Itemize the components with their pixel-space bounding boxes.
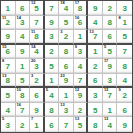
cage-sum-r2c9: 8 <box>118 16 120 20</box>
solution-digit-r4c7: 1 <box>93 48 97 56</box>
solution-digit-r5c9: 8 <box>122 63 126 71</box>
solution-digit-r6c5: 9 <box>64 77 68 85</box>
solution-digit-r1c6: 8 <box>78 5 82 13</box>
solution-digit-r8c1: 4 <box>6 107 10 115</box>
solution-digit-r3c4: 3 <box>49 33 53 41</box>
cell-r9c4[interactable]: 6 <box>45 117 60 132</box>
cell-r9c2[interactable]: 2 <box>16 117 31 132</box>
cage-sum-r6c3: 3 <box>31 74 33 78</box>
solution-digit-r2c3: 7 <box>34 19 38 27</box>
cell-r8c7[interactable]: 5 <box>88 103 103 118</box>
cell-r3c9[interactable]: 5 <box>117 30 132 45</box>
cell-r2c8[interactable]: 8 <box>103 16 118 31</box>
cell-r9c5[interactable]: 7 <box>59 117 74 132</box>
solution-digit-r4c9: 7 <box>122 48 126 56</box>
solution-digit-r3c5: 2 <box>64 33 68 41</box>
solution-digit-r3c8: 6 <box>107 33 111 41</box>
cell-r1c2[interactable]: 6 <box>16 1 31 16</box>
solution-digit-r9c2: 2 <box>20 122 24 130</box>
cell-r7c1[interactable]: 5 <box>1 88 16 103</box>
cell-r1c8[interactable]: 2 <box>103 1 118 16</box>
cell-r9c3[interactable]: 71 <box>30 117 45 132</box>
cell-r2c6[interactable]: 166 <box>74 16 89 31</box>
cage-sum-r4c8: 5 <box>104 45 106 49</box>
solution-digit-r7c2: 8 <box>20 92 24 100</box>
cell-r1c7[interactable]: 9 <box>88 1 103 16</box>
solution-digit-r7c8: 7 <box>107 92 111 100</box>
solution-digit-r7c4: 4 <box>49 92 53 100</box>
cell-r2c2[interactable]: 143 <box>16 16 31 31</box>
solution-digit-r7c5: 1 <box>64 92 68 100</box>
solution-digit-r2c8: 8 <box>107 19 111 27</box>
cell-r1c6[interactable]: 178 <box>74 1 89 16</box>
cell-r1c5[interactable]: 184 <box>59 1 74 16</box>
cell-r6c6[interactable]: 7 <box>74 74 89 89</box>
cell-r5c7[interactable]: 2 <box>88 59 103 74</box>
solution-digit-r5c6: 4 <box>78 63 82 71</box>
solution-digit-r6c3: 2 <box>34 77 38 85</box>
solution-digit-r2c9: 1 <box>122 19 126 27</box>
cell-r2c5[interactable]: 5 <box>59 16 74 31</box>
cell-r7c4[interactable]: 54 <box>45 88 60 103</box>
solution-digit-r9c8: 4 <box>107 122 111 130</box>
cell-r8c5[interactable]: 133 <box>59 103 74 118</box>
solution-digit-r5c2: 1 <box>20 63 24 71</box>
cell-r8c3[interactable]: 9 <box>30 103 45 118</box>
solution-digit-r1c5: 4 <box>64 5 68 13</box>
solution-digit-r7c1: 5 <box>6 92 10 100</box>
solution-digit-r8c5: 3 <box>64 107 68 115</box>
solution-digit-r5c4: 5 <box>49 63 53 71</box>
solution-digit-r1c4: 7 <box>49 5 53 13</box>
cell-r5c9[interactable]: 8 <box>117 59 132 74</box>
cage-sum-r3c5: 3 <box>60 30 62 34</box>
solution-digit-r5c7: 2 <box>93 63 97 71</box>
cell-r8c8[interactable]: 1 <box>103 103 118 118</box>
solution-digit-r1c9: 3 <box>122 5 126 13</box>
cell-r8c4[interactable]: 8 <box>45 103 60 118</box>
solution-digit-r9c6: 5 <box>78 122 82 130</box>
cell-r3c3[interactable]: 118 <box>30 30 45 45</box>
solution-digit-r4c4: 2 <box>49 48 53 56</box>
solution-digit-r7c3: 6 <box>34 92 38 100</box>
solution-digit-r4c2: 9 <box>20 48 24 56</box>
cell-r6c7[interactable]: 6 <box>88 74 103 89</box>
cell-r4c8[interactable]: 55 <box>103 45 118 60</box>
solution-digit-r3c2: 4 <box>20 33 24 41</box>
solution-digit-r4c1: 6 <box>6 48 10 56</box>
cell-r6c8[interactable]: 3 <box>103 74 118 89</box>
solution-digit-r8c3: 9 <box>34 107 38 115</box>
solution-digit-r2c4: 9 <box>49 19 53 27</box>
solution-digit-r9c1: 3 <box>6 122 10 130</box>
cell-r9c6[interactable]: 135 <box>74 117 89 132</box>
cage-sum-r4c6: 9 <box>75 45 77 49</box>
cell-r6c4[interactable]: 1 <box>45 74 60 89</box>
solution-digit-r9c4: 6 <box>49 122 53 130</box>
cell-r4c9[interactable]: 7 <box>117 45 132 60</box>
cell-r2c9[interactable]: 81 <box>117 16 132 31</box>
solution-digit-r3c9: 5 <box>122 33 126 41</box>
cell-r6c1[interactable]: 138 <box>1 74 16 89</box>
cell-r3c2[interactable]: 4 <box>16 30 31 45</box>
solution-digit-r2c2: 3 <box>20 19 24 27</box>
cell-r1c1[interactable]: 1 <box>1 1 16 16</box>
cell-r4c7[interactable]: 1 <box>88 45 103 60</box>
solution-digit-r5c1: 7 <box>6 63 10 71</box>
solution-digit-r7c9: 2 <box>122 92 126 100</box>
cell-r5c4[interactable]: 5 <box>45 59 60 74</box>
solution-digit-r6c6: 7 <box>78 77 82 85</box>
cell-r1c3[interactable]: 125 <box>30 1 45 16</box>
solution-digit-r3c7: 7 <box>93 33 97 41</box>
solution-digit-r7c7: 3 <box>93 92 97 100</box>
solution-digit-r3c3: 8 <box>34 33 38 41</box>
cell-r3c5[interactable]: 32 <box>59 30 74 45</box>
cage-sum-r7c9: 9 <box>118 88 120 92</box>
solution-digit-r1c1: 1 <box>6 5 10 13</box>
solution-digit-r2c7: 4 <box>93 19 97 27</box>
cell-r6c2[interactable]: 5 <box>16 74 31 89</box>
solution-digit-r1c8: 2 <box>107 5 111 13</box>
cell-r7c3[interactable]: 6 <box>30 88 45 103</box>
cell-r8c2[interactable]: 167 <box>16 103 31 118</box>
cell-r3c7[interactable]: 137 <box>88 30 103 45</box>
solution-digit-r4c8: 5 <box>107 48 111 56</box>
cell-r8c1[interactable]: 4 <box>1 103 16 118</box>
solution-digit-r8c6: 2 <box>78 107 82 115</box>
solution-digit-r5c8: 9 <box>107 63 111 71</box>
cell-r4c3[interactable]: 144 <box>30 45 45 60</box>
cell-r3c8[interactable]: 6 <box>103 30 118 45</box>
cell-r5c3[interactable]: 203 <box>30 59 45 74</box>
cell-r1c9[interactable]: 3 <box>117 1 132 16</box>
cell-r3c1[interactable]: 9 <box>1 30 16 45</box>
solution-digit-r6c2: 5 <box>20 77 24 85</box>
solution-digit-r9c5: 7 <box>64 122 68 130</box>
cell-r7c5[interactable]: 1 <box>59 88 74 103</box>
solution-digit-r1c3: 5 <box>34 5 38 13</box>
cell-r8c6[interactable]: 2 <box>74 103 89 118</box>
solution-digit-r6c1: 8 <box>6 77 10 85</box>
solution-digit-r3c6: 1 <box>78 33 82 41</box>
solution-digit-r3c1: 9 <box>6 33 10 41</box>
cell-r5c2[interactable]: 1 <box>16 59 31 74</box>
cell-r4c4[interactable]: 2 <box>45 45 60 60</box>
cell-r9c1[interactable]: 53 <box>1 117 16 132</box>
solution-digit-r5c5: 6 <box>64 63 68 71</box>
cell-r9c9[interactable]: 9 <box>117 117 132 132</box>
solution-digit-r2c6: 6 <box>78 19 82 27</box>
cell-r2c7[interactable]: 4 <box>88 16 103 31</box>
cell-r9c8[interactable]: 134 <box>103 117 118 132</box>
solution-digit-r8c4: 8 <box>49 107 53 115</box>
cell-r5c5[interactable]: 6 <box>59 59 74 74</box>
cell-r6c5[interactable]: 239 <box>59 74 74 89</box>
solution-digit-r7c6: 9 <box>78 92 82 100</box>
cell-r2c3[interactable]: 7 <box>30 16 45 31</box>
cell-r4c1[interactable]: 156 <box>1 45 16 60</box>
cage-sum-r9c1: 5 <box>2 117 4 121</box>
cell-r1c4[interactable]: 7 <box>45 1 60 16</box>
cell-r4c5[interactable]: 8 <box>59 45 74 60</box>
cage-sum-r9c3: 7 <box>31 117 33 121</box>
cell-r3c4[interactable]: 3 <box>45 30 60 45</box>
cell-r4c2[interactable]: 9 <box>16 45 31 60</box>
solution-digit-r1c2: 6 <box>20 5 24 13</box>
cell-r6c3[interactable]: 32 <box>30 74 45 89</box>
solution-digit-r6c9: 4 <box>122 77 126 85</box>
cell-r7c6[interactable]: 129 <box>74 88 89 103</box>
solution-digit-r2c5: 5 <box>64 19 68 27</box>
solution-digit-r6c8: 3 <box>107 77 111 85</box>
solution-digit-r8c9: 6 <box>122 107 126 115</box>
solution-digit-r5c3: 3 <box>34 63 38 71</box>
cell-r5c6[interactable]: 4 <box>74 59 89 74</box>
cage-sum-r7c4: 5 <box>46 88 48 92</box>
sudoku-board: 1612571841789231121437951664881941183321… <box>0 0 133 133</box>
solution-digit-r4c3: 4 <box>34 48 38 56</box>
cell-r7c7[interactable]: 3 <box>88 88 103 103</box>
cell-r8c9[interactable]: 6 <box>117 103 132 118</box>
cell-r5c1[interactable]: 87 <box>1 59 16 74</box>
solution-digit-r4c6: 3 <box>78 48 82 56</box>
cell-r5c8[interactable]: 179 <box>103 59 118 74</box>
cell-r7c8[interactable]: 137 <box>103 88 118 103</box>
solution-digit-r8c2: 7 <box>20 107 24 115</box>
solution-digit-r6c4: 1 <box>49 77 53 85</box>
solution-digit-r8c7: 5 <box>93 107 97 115</box>
solution-digit-r4c5: 8 <box>64 48 68 56</box>
cell-r7c9[interactable]: 92 <box>117 88 132 103</box>
solution-digit-r2c1: 2 <box>6 19 10 27</box>
cage-sum-r5c1: 8 <box>2 59 4 63</box>
cell-r9c7[interactable]: 8 <box>88 117 103 132</box>
cell-r4c6[interactable]: 93 <box>74 45 89 60</box>
cell-r7c2[interactable]: 108 <box>16 88 31 103</box>
solution-digit-r1c7: 9 <box>93 5 97 13</box>
solution-digit-r9c9: 9 <box>122 122 126 130</box>
solution-digit-r9c7: 8 <box>93 122 97 130</box>
cell-r2c4[interactable]: 9 <box>45 16 60 31</box>
cell-r3c6[interactable]: 1 <box>74 30 89 45</box>
solution-digit-r9c3: 1 <box>34 122 38 130</box>
cell-r2c1[interactable]: 112 <box>1 16 16 31</box>
cell-r6c9[interactable]: 4 <box>117 74 132 89</box>
killer-sudoku-app: 1612571841789231121437951664881941183321… <box>0 0 133 133</box>
solution-digit-r6c7: 6 <box>93 77 97 85</box>
solution-digit-r8c8: 1 <box>107 107 111 115</box>
